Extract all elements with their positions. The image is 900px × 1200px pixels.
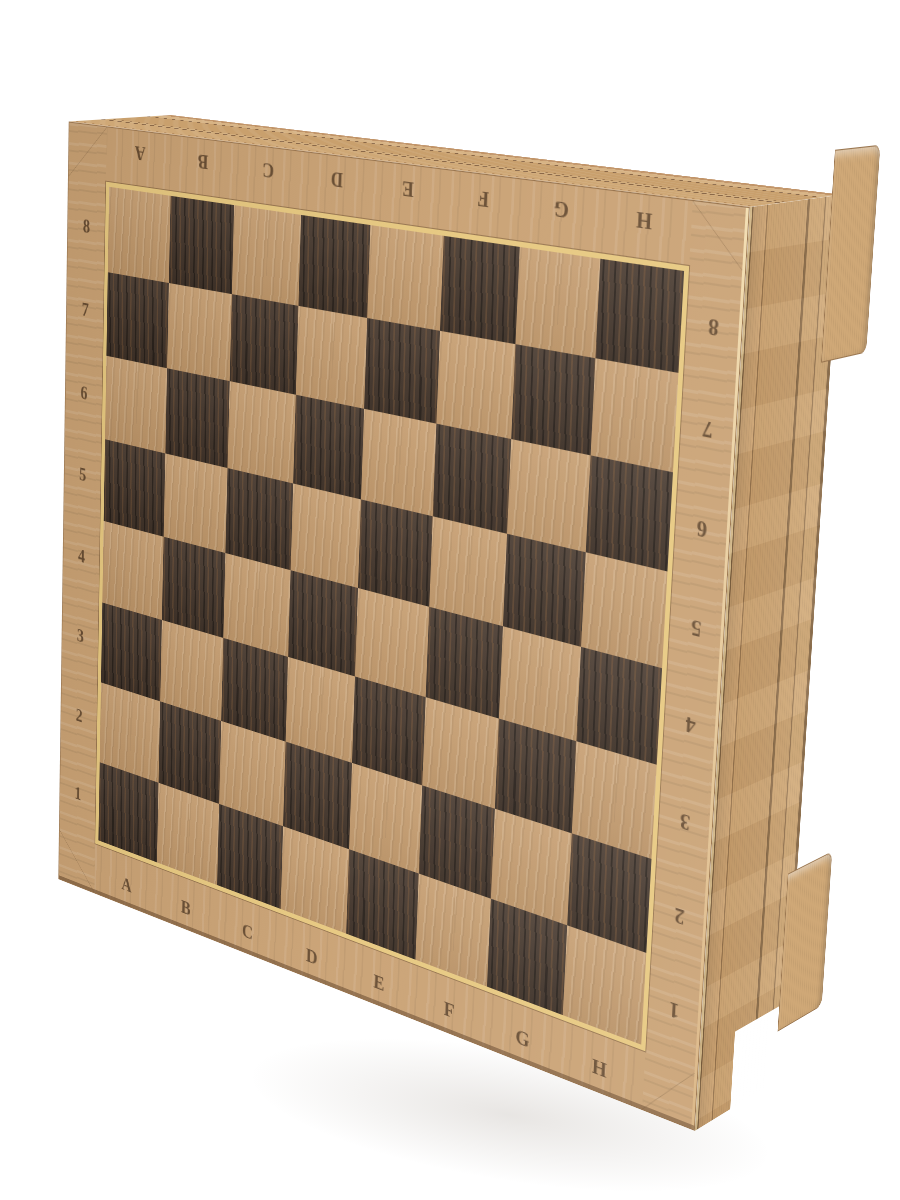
square-b5[interactable] [163,453,227,553]
square-g5[interactable] [503,533,585,646]
rank-label-right-2: 2 [651,860,709,972]
scene: ABCDEFGH ABCDEFGH 87654321 87654321 [0,0,900,1200]
file-label-bottom-f: F [413,982,486,1038]
frame-miter-top-right [689,201,749,274]
inlay-border [95,182,689,1052]
square-h6[interactable] [585,455,673,571]
chess-board-box: ABCDEFGH ABCDEFGH 87654321 87654321 [58,122,750,1131]
square-g8[interactable] [515,247,599,358]
square-c7[interactable] [230,294,298,395]
rank-label-right-4: 4 [661,669,720,781]
square-e1[interactable] [346,849,418,960]
rank-label-right-8: 8 [683,272,744,383]
square-c8[interactable] [232,205,301,305]
file-label-top-f: F [444,178,522,220]
file-label-top-a: A [110,135,172,172]
rank-label-right-3: 3 [656,766,715,878]
file-label-bottom-h: H [560,1038,640,1098]
square-a8[interactable] [108,187,171,283]
square-d8[interactable] [298,215,370,318]
square-g1[interactable] [487,898,567,1015]
square-f5[interactable] [429,516,507,627]
square-b7[interactable] [167,282,232,381]
photo-stage: ABCDEFGH ABCDEFGH 87654321 87654321 [0,0,900,1200]
square-f1[interactable] [415,873,491,987]
file-label-top-e: E [371,169,445,210]
square-d7[interactable] [295,305,367,408]
rank-label-left-8: 8 [67,181,106,271]
square-e5[interactable] [358,499,432,607]
frame-miter-bottom-right [642,1051,697,1129]
square-d6[interactable] [293,395,364,499]
square-g3[interactable] [495,718,576,833]
square-e7[interactable] [364,317,440,423]
square-h2[interactable] [567,833,652,952]
rank-label-right-5: 5 [667,572,727,684]
square-b6[interactable] [165,368,230,467]
square-c6[interactable] [228,381,296,483]
file-label-bottom-g: G [485,1010,561,1068]
square-h7[interactable] [590,358,678,473]
square-f2[interactable] [418,785,494,898]
square-h8[interactable] [595,259,684,373]
square-f4[interactable] [425,607,503,718]
rank-label-left-7: 7 [66,265,104,355]
rank-label-left-6: 6 [65,348,103,439]
square-f6[interactable] [432,424,511,534]
square-f8[interactable] [440,236,520,344]
square-h4[interactable] [576,647,662,764]
square-a5[interactable] [104,439,165,537]
square-h5[interactable] [581,552,668,669]
hinge-tab-top-left [270,127,397,142]
square-e6[interactable] [361,409,436,516]
rank-label-right-1: 1 [646,954,704,1066]
square-g4[interactable] [499,626,581,740]
square-g2[interactable] [491,809,571,925]
rank-label-left-1: 1 [60,748,97,839]
square-f3[interactable] [422,697,499,809]
rank-label-left-3: 3 [62,591,99,682]
square-g7[interactable] [511,344,595,456]
file-label-top-b: B [171,143,236,181]
rank-label-left-2: 2 [61,670,98,761]
file-label-top-g: G [521,188,603,231]
rank-label-right-7: 7 [678,373,739,484]
square-b8[interactable] [169,196,235,294]
file-label-top-h: H [601,199,687,244]
square-a7[interactable] [106,272,168,368]
rank-label-left-4: 4 [63,510,101,601]
rank-label-left-5: 5 [64,429,102,520]
hinge-block-top-right [821,145,880,363]
rank-label-right-6: 6 [672,473,732,585]
square-h3[interactable] [571,741,656,859]
square-a6[interactable] [105,356,167,453]
square-h1[interactable] [562,925,646,1045]
square-f7[interactable] [436,330,515,439]
board-face: ABCDEFGH ABCDEFGH 87654321 87654321 [58,122,750,1131]
square-g6[interactable] [507,439,590,552]
square-e8[interactable] [367,225,443,330]
file-label-top-d: D [301,160,372,200]
file-label-top-c: C [235,151,303,190]
